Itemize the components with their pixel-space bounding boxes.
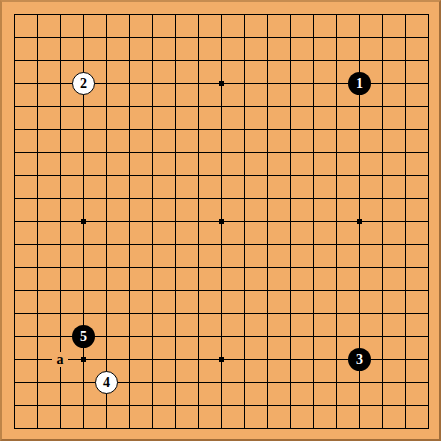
grid-cell xyxy=(175,106,198,129)
stone-black-3: 3 xyxy=(348,348,371,371)
grid-cell xyxy=(244,14,267,37)
grid-cell xyxy=(313,60,336,83)
grid-cell xyxy=(83,152,106,175)
grid-cell xyxy=(106,290,129,313)
grid-cell xyxy=(336,152,359,175)
grid-cell xyxy=(175,359,198,382)
grid-cell xyxy=(359,244,382,267)
grid-cell xyxy=(14,244,37,267)
grid-cell xyxy=(152,267,175,290)
grid-cell xyxy=(221,37,244,60)
hoshi-star-point xyxy=(81,357,86,362)
grid-cell xyxy=(198,336,221,359)
grid-cell xyxy=(106,336,129,359)
grid-cell xyxy=(198,359,221,382)
grid-cell xyxy=(175,405,198,428)
grid-cell xyxy=(221,152,244,175)
grid-cell xyxy=(152,359,175,382)
grid-cell xyxy=(405,359,428,382)
grid-cell xyxy=(14,37,37,60)
grid-cell xyxy=(175,336,198,359)
grid-cell xyxy=(313,382,336,405)
grid-cell xyxy=(106,221,129,244)
grid-cell xyxy=(267,129,290,152)
grid-cell xyxy=(129,14,152,37)
grid-cell xyxy=(267,336,290,359)
move-number: 3 xyxy=(356,353,363,367)
grid-cell xyxy=(267,37,290,60)
grid-cell xyxy=(14,221,37,244)
grid-cell xyxy=(198,198,221,221)
grid-cell xyxy=(198,152,221,175)
grid-cell xyxy=(129,313,152,336)
grid-cell xyxy=(359,152,382,175)
grid-cell xyxy=(267,175,290,198)
grid-cell xyxy=(106,405,129,428)
grid-cell xyxy=(382,106,405,129)
hoshi-star-point xyxy=(357,219,362,224)
grid-cell xyxy=(267,267,290,290)
grid-cell xyxy=(382,382,405,405)
grid-cell xyxy=(37,106,60,129)
hoshi-star-point xyxy=(219,219,224,224)
grid-cell xyxy=(152,290,175,313)
grid-cell xyxy=(14,336,37,359)
grid-cell xyxy=(198,175,221,198)
stone-white-2: 2 xyxy=(72,72,95,95)
move-number: 4 xyxy=(103,376,110,390)
grid-cell xyxy=(106,267,129,290)
grid-cell xyxy=(221,14,244,37)
grid-cell xyxy=(290,152,313,175)
grid-cell xyxy=(106,198,129,221)
grid-cell xyxy=(83,244,106,267)
grid-cell xyxy=(129,267,152,290)
grid-cell xyxy=(198,244,221,267)
grid-cell xyxy=(336,129,359,152)
grid-cell xyxy=(198,14,221,37)
grid-cell xyxy=(60,152,83,175)
grid-cell xyxy=(290,37,313,60)
grid-cell xyxy=(244,37,267,60)
grid-cell xyxy=(60,129,83,152)
grid-cell xyxy=(382,60,405,83)
grid-cell xyxy=(382,14,405,37)
grid-cell xyxy=(405,313,428,336)
grid-cell xyxy=(14,152,37,175)
grid-cell xyxy=(83,405,106,428)
grid-cell xyxy=(221,382,244,405)
grid-cell xyxy=(405,336,428,359)
grid-cell xyxy=(359,313,382,336)
grid-cell xyxy=(244,60,267,83)
grid-cell xyxy=(14,175,37,198)
grid-cell xyxy=(175,37,198,60)
grid-cell xyxy=(313,37,336,60)
grid-cell xyxy=(221,290,244,313)
grid-cell xyxy=(175,175,198,198)
grid-cell xyxy=(382,37,405,60)
grid-cell xyxy=(382,152,405,175)
grid-cell xyxy=(221,198,244,221)
grid-cell xyxy=(129,405,152,428)
grid-cell xyxy=(152,405,175,428)
grid-cell xyxy=(152,83,175,106)
grid-cell xyxy=(290,106,313,129)
grid-cell xyxy=(359,198,382,221)
grid-cell xyxy=(313,359,336,382)
grid-cell xyxy=(175,152,198,175)
grid-cell xyxy=(405,405,428,428)
grid-cell xyxy=(221,244,244,267)
grid-cell xyxy=(313,290,336,313)
grid-cell xyxy=(198,129,221,152)
grid-cell xyxy=(336,221,359,244)
grid-cell xyxy=(175,290,198,313)
grid-cell xyxy=(359,405,382,428)
grid-cell xyxy=(198,60,221,83)
grid-cell xyxy=(221,359,244,382)
grid-cell xyxy=(37,37,60,60)
grid-cell xyxy=(129,60,152,83)
grid-cell xyxy=(106,244,129,267)
stone-white-4: 4 xyxy=(95,371,118,394)
grid-cell xyxy=(129,83,152,106)
grid-cell xyxy=(244,152,267,175)
grid-cell xyxy=(267,290,290,313)
grid-cell xyxy=(60,244,83,267)
grid-cell xyxy=(60,221,83,244)
grid-cell xyxy=(175,83,198,106)
grid-cell xyxy=(37,14,60,37)
grid-cell xyxy=(359,106,382,129)
grid-cell xyxy=(198,221,221,244)
grid-cell xyxy=(129,290,152,313)
grid-cell xyxy=(106,106,129,129)
grid-cell xyxy=(60,14,83,37)
grid-cell xyxy=(290,244,313,267)
grid-cell xyxy=(290,313,313,336)
hoshi-star-point xyxy=(219,81,224,86)
grid-cell xyxy=(359,129,382,152)
grid-cell xyxy=(359,14,382,37)
grid-cell xyxy=(290,359,313,382)
grid-cell xyxy=(198,267,221,290)
grid-cell xyxy=(152,198,175,221)
grid-cell xyxy=(175,14,198,37)
grid-cell xyxy=(60,405,83,428)
grid-cell xyxy=(290,14,313,37)
grid-cell xyxy=(405,106,428,129)
grid-cell xyxy=(382,129,405,152)
grid-cell xyxy=(152,313,175,336)
grid-cell xyxy=(405,175,428,198)
grid-cell xyxy=(244,267,267,290)
grid-cell xyxy=(290,405,313,428)
grid-cell xyxy=(60,106,83,129)
grid-cell xyxy=(267,382,290,405)
hoshi-star-point xyxy=(81,219,86,224)
grid-cell xyxy=(290,198,313,221)
grid-cell xyxy=(267,244,290,267)
grid-cell xyxy=(405,267,428,290)
grid-cell xyxy=(244,405,267,428)
grid-cell xyxy=(83,198,106,221)
move-number: 2 xyxy=(80,77,87,91)
grid-cell xyxy=(359,290,382,313)
grid-cell xyxy=(336,313,359,336)
grid-cell xyxy=(405,221,428,244)
grid-cell xyxy=(221,129,244,152)
grid-cell xyxy=(37,382,60,405)
grid-cell xyxy=(14,405,37,428)
grid-cell xyxy=(244,129,267,152)
grid-cell xyxy=(14,60,37,83)
grid-cell xyxy=(129,336,152,359)
grid-cell xyxy=(382,244,405,267)
grid-cell xyxy=(382,359,405,382)
grid-cell xyxy=(244,175,267,198)
grid-cell xyxy=(313,336,336,359)
grid-cell xyxy=(152,129,175,152)
grid-cell xyxy=(37,175,60,198)
grid-cell xyxy=(336,198,359,221)
grid-cell xyxy=(290,336,313,359)
grid-cell xyxy=(221,336,244,359)
grid-cell xyxy=(244,359,267,382)
grid-cell xyxy=(405,152,428,175)
grid-cell xyxy=(14,267,37,290)
grid-cell xyxy=(382,267,405,290)
grid-cell xyxy=(244,382,267,405)
grid-cell xyxy=(83,14,106,37)
grid-cell xyxy=(221,221,244,244)
grid-cell xyxy=(152,14,175,37)
grid-cell xyxy=(336,405,359,428)
grid-cell xyxy=(175,382,198,405)
grid-cell xyxy=(336,244,359,267)
grid-cell xyxy=(14,382,37,405)
grid-cell xyxy=(198,290,221,313)
grid-cell xyxy=(152,244,175,267)
grid-cell xyxy=(290,290,313,313)
grid-cell xyxy=(37,313,60,336)
grid-cell xyxy=(106,14,129,37)
grid-cell xyxy=(244,106,267,129)
grid-cell xyxy=(221,267,244,290)
grid-cell xyxy=(175,198,198,221)
grid-cell xyxy=(336,382,359,405)
grid-cell xyxy=(313,267,336,290)
grid-cell xyxy=(267,60,290,83)
grid-cell xyxy=(405,290,428,313)
grid-cell xyxy=(83,37,106,60)
grid-cell xyxy=(221,405,244,428)
grid-cell xyxy=(336,14,359,37)
grid-cell xyxy=(244,221,267,244)
grid-cell xyxy=(198,106,221,129)
grid-cell xyxy=(14,290,37,313)
grid-cell xyxy=(313,244,336,267)
grid-cell xyxy=(359,221,382,244)
grid-cell xyxy=(83,221,106,244)
grid-cell xyxy=(37,244,60,267)
grid-cell xyxy=(382,336,405,359)
grid-cell xyxy=(405,129,428,152)
grid-cell xyxy=(359,267,382,290)
grid-cell xyxy=(129,382,152,405)
grid-cell xyxy=(106,37,129,60)
grid-cell xyxy=(336,175,359,198)
grid-cell xyxy=(106,152,129,175)
grid-cell xyxy=(290,60,313,83)
grid-cell xyxy=(14,129,37,152)
grid-cell xyxy=(267,106,290,129)
grid-cell xyxy=(129,221,152,244)
grid-cell xyxy=(290,382,313,405)
grid-cell xyxy=(14,359,37,382)
grid-cell xyxy=(152,106,175,129)
grid-cell xyxy=(14,14,37,37)
grid-cell xyxy=(267,359,290,382)
grid-cell xyxy=(290,221,313,244)
grid-cell xyxy=(198,83,221,106)
grid-cell xyxy=(106,313,129,336)
grid-cell xyxy=(313,313,336,336)
grid-cell xyxy=(14,106,37,129)
grid-cell xyxy=(175,267,198,290)
grid-cell xyxy=(37,152,60,175)
grid-cell xyxy=(313,198,336,221)
grid-cell xyxy=(336,267,359,290)
grid-cell xyxy=(244,198,267,221)
grid-cell xyxy=(313,221,336,244)
grid-cell xyxy=(382,405,405,428)
grid-cell xyxy=(382,83,405,106)
grid-cell xyxy=(60,290,83,313)
hoshi-star-point xyxy=(219,357,224,362)
grid-cell xyxy=(129,106,152,129)
grid-cell xyxy=(106,129,129,152)
grid-cell xyxy=(359,382,382,405)
grid-cell xyxy=(244,313,267,336)
grid-cell xyxy=(290,83,313,106)
go-board: a12345 xyxy=(0,0,441,441)
grid-cell xyxy=(267,83,290,106)
move-number: 5 xyxy=(80,330,87,344)
grid-cell xyxy=(313,106,336,129)
grid-cell xyxy=(313,14,336,37)
grid-cell xyxy=(129,244,152,267)
grid-cell xyxy=(198,313,221,336)
grid-cell xyxy=(244,83,267,106)
grid-cell xyxy=(37,290,60,313)
grid-cell xyxy=(382,198,405,221)
grid-cell xyxy=(405,60,428,83)
grid-cell xyxy=(129,152,152,175)
grid-cell xyxy=(290,267,313,290)
grid-cell xyxy=(267,14,290,37)
grid-cell xyxy=(152,152,175,175)
grid-cell xyxy=(60,37,83,60)
grid-cell xyxy=(175,129,198,152)
grid-cell xyxy=(244,290,267,313)
grid-cell xyxy=(129,175,152,198)
grid-cell xyxy=(221,313,244,336)
move-number: 1 xyxy=(356,77,363,91)
grid-cell xyxy=(382,313,405,336)
grid-cell xyxy=(152,175,175,198)
grid-cell xyxy=(14,313,37,336)
grid-cell xyxy=(60,198,83,221)
grid-cell xyxy=(37,198,60,221)
grid-cell xyxy=(267,405,290,428)
grid-cell xyxy=(359,175,382,198)
grid-cell xyxy=(336,106,359,129)
grid-cell xyxy=(244,244,267,267)
grid-cell xyxy=(37,60,60,83)
grid-cell xyxy=(37,221,60,244)
grid-cell xyxy=(83,267,106,290)
grid-cell xyxy=(405,37,428,60)
grid-cell xyxy=(290,175,313,198)
grid-cell xyxy=(336,290,359,313)
grid-cell xyxy=(106,60,129,83)
grid-cell xyxy=(129,359,152,382)
stone-black-5: 5 xyxy=(72,325,95,348)
grid-cell xyxy=(198,382,221,405)
grid-cell xyxy=(152,382,175,405)
grid-cell xyxy=(175,221,198,244)
grid-cell xyxy=(290,129,313,152)
grid-cell xyxy=(405,83,428,106)
grid-cell xyxy=(267,221,290,244)
grid-cell xyxy=(198,405,221,428)
grid-cell xyxy=(405,244,428,267)
grid-cell xyxy=(129,198,152,221)
grid-cell xyxy=(152,221,175,244)
grid-cell xyxy=(175,244,198,267)
grid-cell xyxy=(83,290,106,313)
grid-cell xyxy=(60,382,83,405)
grid-cell xyxy=(405,14,428,37)
grid-cell xyxy=(14,198,37,221)
stone-black-1: 1 xyxy=(348,72,371,95)
grid-cell xyxy=(152,60,175,83)
grid-cell xyxy=(60,267,83,290)
grid-cell xyxy=(313,405,336,428)
grid-cell xyxy=(267,152,290,175)
grid-cell xyxy=(106,83,129,106)
grid-cell xyxy=(221,83,244,106)
grid-cell xyxy=(221,175,244,198)
grid-cell xyxy=(106,175,129,198)
grid-cell xyxy=(129,37,152,60)
grid-cell xyxy=(175,60,198,83)
grid-cell xyxy=(336,37,359,60)
grid-cell xyxy=(37,267,60,290)
grid-cell xyxy=(267,198,290,221)
grid-cell xyxy=(152,37,175,60)
grid-cell xyxy=(37,129,60,152)
grid-cell xyxy=(244,336,267,359)
grid-cell xyxy=(198,37,221,60)
grid-cell xyxy=(359,37,382,60)
point-label-a: a xyxy=(52,352,68,367)
grid-cell xyxy=(382,290,405,313)
grid-cell xyxy=(382,221,405,244)
grid-cell xyxy=(37,405,60,428)
